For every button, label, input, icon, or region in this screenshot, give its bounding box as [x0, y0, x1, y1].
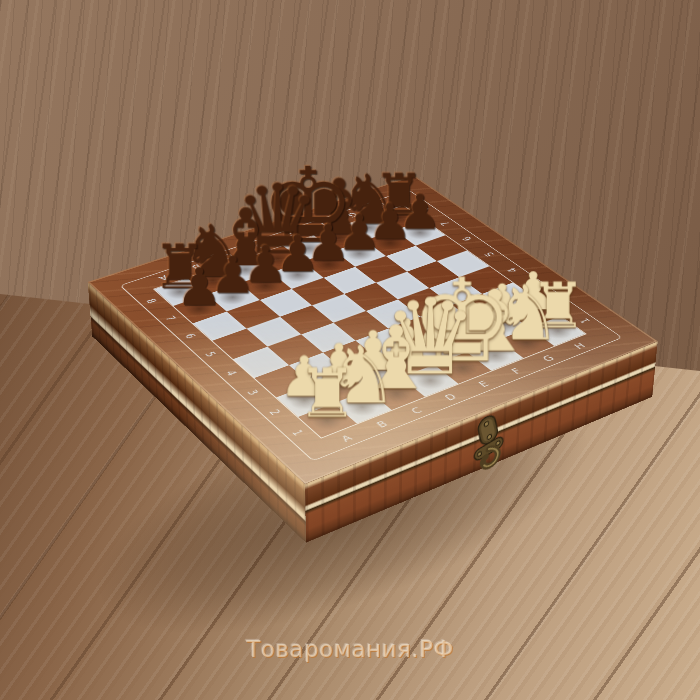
- square-g3: [451, 294, 505, 323]
- latch-clasp: [468, 406, 510, 481]
- product-photo: ♜♞♝♛♚♝♞♜♟♟♟♟♟♟♟♟♟♟♟♟♟♟♟♟♜♞♝♛♚♝♞♜ ABCDEFG…: [0, 0, 700, 700]
- piece-shadow: [179, 298, 220, 320]
- coordinate-label: 3: [228, 379, 278, 405]
- scene: ♜♞♝♛♚♝♞♜♟♟♟♟♟♟♟♟♟♟♟♟♟♟♟♟♜♞♝♛♚♝♞♜ ABCDEFG…: [0, 0, 700, 700]
- square-f4: [398, 288, 452, 316]
- watermark-text: Товаромания.РФ: [246, 636, 454, 662]
- piece-shadow: [449, 326, 492, 349]
- coordinate-label: 7: [147, 307, 194, 330]
- piece-shadow: [350, 218, 389, 237]
- piece-shadow: [536, 319, 579, 342]
- latch-clasp-icon: [468, 406, 510, 477]
- piece-shadow: [408, 368, 452, 393]
- box-lid-top: ♜♞♝♛♚♝♞♜♟♟♟♟♟♟♟♟♟♟♟♟♟♟♟♟♜♞♝♛♚♝♞♜ ABCDEFG…: [88, 175, 658, 484]
- chess-box: ♜♞♝♛♚♝♞♜♟♟♟♟♟♟♟♟♟♟♟♟♟♟♟♟♜♞♝♛♚♝♞♜ ABCDEFG…: [88, 175, 658, 484]
